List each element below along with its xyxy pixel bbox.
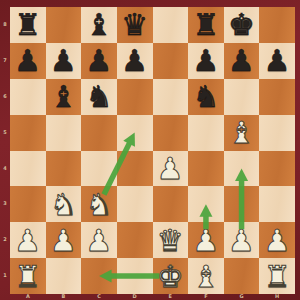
square-e6[interactable]	[153, 79, 189, 115]
piece-black-king-g8[interactable]: ♚	[224, 7, 260, 42]
square-f5[interactable]	[188, 115, 224, 151]
rank-label-7: 7	[0, 43, 10, 79]
piece-black-pawn-b7[interactable]: ♟	[46, 43, 82, 78]
piece-black-bishop-b6[interactable]: ♝	[46, 79, 82, 114]
square-c2[interactable]: ♟	[81, 222, 117, 258]
piece-black-pawn-a7[interactable]: ♟	[10, 43, 46, 78]
piece-white-pawn-g2[interactable]: ♟	[224, 223, 260, 258]
square-e1[interactable]: ♚	[153, 258, 189, 294]
square-a1[interactable]: ♜	[10, 258, 46, 294]
rank-label-3: 3	[0, 186, 10, 222]
square-b5[interactable]	[46, 115, 82, 151]
square-f7[interactable]: ♟	[188, 43, 224, 79]
piece-white-rook-a1[interactable]: ♜	[10, 259, 46, 294]
rank-label-8: 8	[0, 7, 10, 43]
piece-white-pawn-c2[interactable]: ♟	[81, 223, 117, 258]
file-label-d: D	[117, 293, 153, 300]
piece-white-pawn-f2[interactable]: ♟	[188, 223, 224, 258]
rank-label-5: 5	[0, 115, 10, 151]
piece-black-pawn-c7[interactable]: ♟	[81, 43, 117, 78]
square-e4[interactable]: ♟	[153, 151, 189, 187]
file-label-c: C	[81, 293, 117, 300]
piece-white-queen-e2[interactable]: ♛	[153, 223, 189, 258]
square-f4[interactable]	[188, 151, 224, 187]
square-d3[interactable]	[117, 186, 153, 222]
square-d5[interactable]	[117, 115, 153, 151]
piece-white-knight-c3[interactable]: ♞	[81, 187, 117, 222]
file-label-a: A	[10, 293, 46, 300]
square-c7[interactable]: ♟	[81, 43, 117, 79]
piece-black-rook-a8[interactable]: ♜	[10, 7, 46, 42]
square-g3[interactable]	[224, 186, 260, 222]
square-c8[interactable]: ♝	[81, 7, 117, 43]
square-a2[interactable]: ♟	[10, 222, 46, 258]
square-h1[interactable]: ♜	[259, 258, 295, 294]
square-g1[interactable]	[224, 258, 260, 294]
square-d6[interactable]	[117, 79, 153, 115]
piece-white-bishop-f1[interactable]: ♝	[188, 259, 224, 294]
rank-label-6: 6	[0, 79, 10, 115]
piece-black-queen-d8[interactable]: ♛	[117, 7, 153, 42]
square-d2[interactable]	[117, 222, 153, 258]
square-g5[interactable]: ♝	[224, 115, 260, 151]
square-g8[interactable]: ♚	[224, 7, 260, 43]
piece-black-pawn-d7[interactable]: ♟	[117, 43, 153, 78]
piece-white-knight-b3[interactable]: ♞	[46, 187, 82, 222]
square-a8[interactable]: ♜	[10, 7, 46, 43]
piece-black-pawn-f7[interactable]: ♟	[188, 43, 224, 78]
square-f1[interactable]: ♝	[188, 258, 224, 294]
square-f3[interactable]	[188, 186, 224, 222]
square-c5[interactable]	[81, 115, 117, 151]
square-h4[interactable]	[259, 151, 295, 187]
piece-white-pawn-a2[interactable]: ♟	[10, 223, 46, 258]
square-b3[interactable]: ♞	[46, 186, 82, 222]
piece-white-pawn-b2[interactable]: ♟	[46, 223, 82, 258]
piece-white-pawn-h2[interactable]: ♟	[259, 223, 295, 258]
square-a3[interactable]	[10, 186, 46, 222]
square-d7[interactable]: ♟	[117, 43, 153, 79]
piece-white-pawn-e4[interactable]: ♟	[153, 151, 189, 186]
square-g4[interactable]	[224, 151, 260, 187]
rank-label-4: 4	[0, 151, 10, 187]
square-f2[interactable]: ♟	[188, 222, 224, 258]
piece-black-rook-f8[interactable]: ♜	[188, 7, 224, 42]
square-d8[interactable]: ♛	[117, 7, 153, 43]
file-label-b: B	[46, 293, 82, 300]
piece-black-knight-f6[interactable]: ♞	[188, 79, 224, 114]
square-d4[interactable]	[117, 151, 153, 187]
square-g6[interactable]	[224, 79, 260, 115]
square-h6[interactable]	[259, 79, 295, 115]
piece-white-king-e1[interactable]: ♚	[153, 259, 189, 294]
file-label-g: G	[224, 293, 260, 300]
square-c4[interactable]	[81, 151, 117, 187]
square-f6[interactable]: ♞	[188, 79, 224, 115]
square-a4[interactable]	[10, 151, 46, 187]
file-label-f: F	[188, 293, 224, 300]
square-h8[interactable]	[259, 7, 295, 43]
square-h2[interactable]: ♟	[259, 222, 295, 258]
chess-board: ♜♝♛♜♚♟♟♟♟♟♟♟♝♞♞♝♟♞♞♟♟♟♛♟♟♟♜♚♝♜ 87654321A…	[0, 0, 300, 300]
square-b7[interactable]: ♟	[46, 43, 82, 79]
square-e2[interactable]: ♛	[153, 222, 189, 258]
square-e7[interactable]	[153, 43, 189, 79]
square-f8[interactable]: ♜	[188, 7, 224, 43]
square-d1[interactable]	[117, 258, 153, 294]
square-c1[interactable]	[81, 258, 117, 294]
square-b6[interactable]: ♝	[46, 79, 82, 115]
piece-white-rook-h1[interactable]: ♜	[259, 259, 295, 294]
square-c3[interactable]: ♞	[81, 186, 117, 222]
rank-label-1: 1	[0, 258, 10, 294]
file-label-h: H	[259, 293, 295, 300]
square-b4[interactable]	[46, 151, 82, 187]
square-b1[interactable]	[46, 258, 82, 294]
square-h7[interactable]: ♟	[259, 43, 295, 79]
square-c6[interactable]: ♞	[81, 79, 117, 115]
square-a6[interactable]	[10, 79, 46, 115]
square-h3[interactable]	[259, 186, 295, 222]
square-h5[interactable]	[259, 115, 295, 151]
piece-white-bishop-g5[interactable]: ♝	[224, 115, 260, 150]
square-a5[interactable]	[10, 115, 46, 151]
square-e3[interactable]	[153, 186, 189, 222]
piece-black-pawn-h7[interactable]: ♟	[259, 43, 295, 78]
square-b2[interactable]: ♟	[46, 222, 82, 258]
square-a7[interactable]: ♟	[10, 43, 46, 79]
piece-black-knight-c6[interactable]: ♞	[81, 79, 117, 114]
file-label-e: E	[153, 293, 189, 300]
piece-black-pawn-g7[interactable]: ♟	[224, 43, 260, 78]
board-squares: ♜♝♛♜♚♟♟♟♟♟♟♟♝♞♞♝♟♞♞♟♟♟♛♟♟♟♜♚♝♜	[10, 7, 295, 294]
square-g2[interactable]: ♟	[224, 222, 260, 258]
square-g7[interactable]: ♟	[224, 43, 260, 79]
rank-label-2: 2	[0, 222, 10, 258]
piece-black-bishop-c8[interactable]: ♝	[81, 7, 117, 42]
square-e8[interactable]	[153, 7, 189, 43]
square-b8[interactable]	[46, 7, 82, 43]
square-e5[interactable]	[153, 115, 189, 151]
